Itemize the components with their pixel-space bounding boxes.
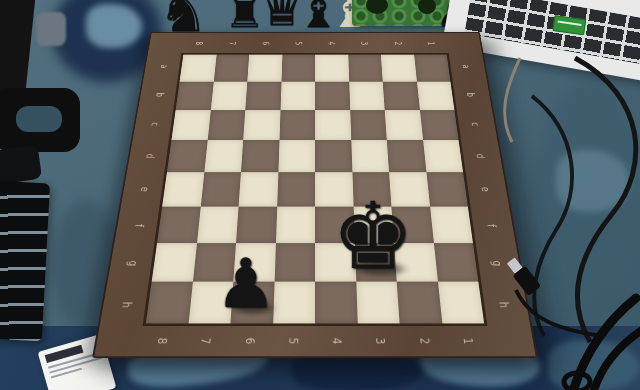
black-cable — [575, 58, 636, 342]
black-cable — [532, 96, 572, 336]
tan-cable — [505, 58, 520, 142]
usb-cable — [516, 290, 602, 336]
scissors[interactable] — [564, 298, 640, 390]
scene-photo: ♞ ♜ ♛ ♝ ♝ ♟ 87654321 87654321 abcdefgh a… — [0, 0, 640, 390]
cables-layer — [0, 0, 640, 390]
piece-black-king-g3[interactable]: ♚ — [331, 192, 413, 284]
piece-black-pawn-h6[interactable]: ♟ — [215, 250, 276, 318]
